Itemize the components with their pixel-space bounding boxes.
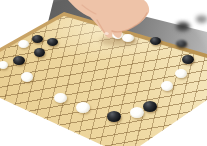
white-stone <box>76 102 90 113</box>
white-stone <box>21 72 33 82</box>
black-stone <box>107 111 121 122</box>
black-stone <box>34 48 45 57</box>
white-stone <box>0 61 8 69</box>
black-stone <box>176 40 187 48</box>
stones-layer <box>0 0 207 146</box>
black-stone <box>32 35 43 43</box>
black-stone <box>13 56 25 65</box>
white-stone <box>18 40 29 48</box>
black-stone <box>150 37 161 45</box>
go-photo-frame <box>0 0 207 146</box>
white-stone <box>161 81 173 91</box>
white-stone <box>112 31 123 39</box>
black-stone <box>143 101 157 112</box>
white-stone <box>175 69 187 78</box>
white-stone <box>54 93 67 103</box>
white-stone <box>122 34 134 42</box>
black-stone <box>182 55 194 64</box>
black-stone <box>47 38 58 46</box>
white-stone <box>130 107 144 118</box>
